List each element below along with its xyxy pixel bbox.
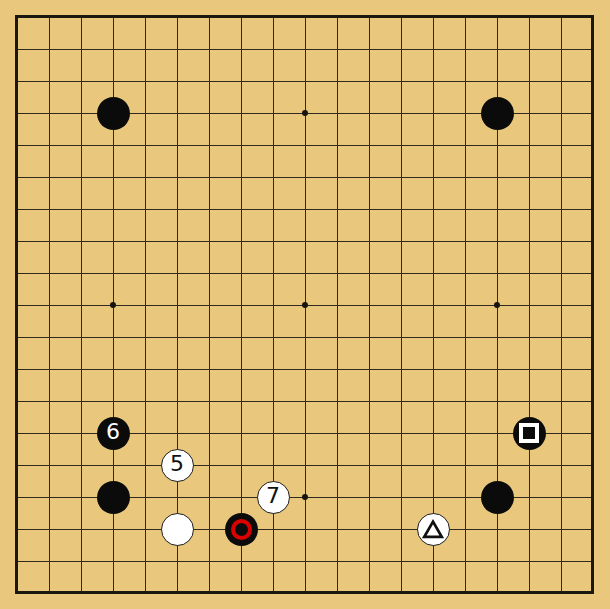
- move-number-label: 7: [266, 485, 280, 507]
- triangle-marker: [422, 518, 444, 540]
- stone-white-F5: 5: [161, 449, 194, 482]
- go-board: 657: [1, 1, 609, 609]
- stone-white-J4: 7: [257, 481, 290, 514]
- stone-black-D4: [97, 481, 130, 514]
- star-point: [302, 494, 308, 500]
- stone-black-R6: [513, 417, 546, 450]
- star-point: [494, 302, 500, 308]
- move-number-label: 6: [106, 421, 120, 443]
- stone-black-D16: [97, 97, 130, 130]
- stone-black-D6: 6: [97, 417, 130, 450]
- red-circle-marker: [231, 519, 252, 540]
- stone-white-O3: [417, 513, 450, 546]
- go-diagram: 657: [0, 0, 610, 609]
- move-number-label: 5: [170, 453, 184, 475]
- star-point: [302, 302, 308, 308]
- stone-black-Q16: [481, 97, 514, 130]
- square-marker: [519, 423, 539, 443]
- stone-black-H3: [225, 513, 258, 546]
- stone-white-F3: [161, 513, 194, 546]
- star-point: [110, 302, 116, 308]
- star-point: [302, 110, 308, 116]
- stone-black-Q4: [481, 481, 514, 514]
